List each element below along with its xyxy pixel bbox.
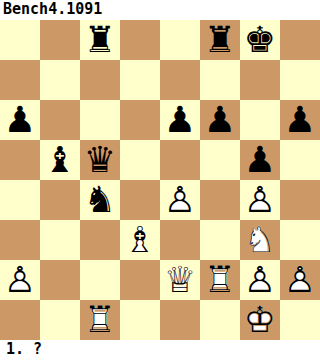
square-d4[interactable] (120, 180, 160, 220)
square-d8[interactable] (120, 20, 160, 60)
chess-diagram-window: Bench4.1091 ♜♜♚♟♟♟♟♝♛♟♞♟♙♟♙♝♗♞♘♟♙♛♕♜♖♟♙♟… (0, 0, 320, 360)
square-a2[interactable]: ♟♙ (0, 260, 40, 300)
square-h3[interactable] (280, 220, 320, 260)
square-b3[interactable] (40, 220, 80, 260)
square-a8[interactable] (0, 20, 40, 60)
white-knight-outline: ♘ (240, 220, 280, 260)
piece-black-pawn: ♟ (160, 100, 200, 140)
white-rook-outline: ♖ (200, 260, 240, 300)
square-d7[interactable] (120, 60, 160, 100)
square-b7[interactable] (40, 60, 80, 100)
white-pawn-outline: ♙ (280, 260, 320, 300)
square-a7[interactable] (0, 60, 40, 100)
chess-board: ♜♜♚♟♟♟♟♝♛♟♞♟♙♟♙♝♗♞♘♟♙♛♕♜♖♟♙♟♙♜♖♚♔ (0, 20, 320, 340)
square-d1[interactable] (120, 300, 160, 340)
piece-white-king: ♚♔ (240, 300, 280, 340)
square-e1[interactable] (160, 300, 200, 340)
white-pawn-outline: ♙ (240, 180, 280, 220)
piece-white-rook: ♜♖ (200, 260, 240, 300)
square-h5[interactable] (280, 140, 320, 180)
square-d5[interactable] (120, 140, 160, 180)
piece-white-pawn: ♟♙ (240, 260, 280, 300)
white-king-outline: ♔ (240, 300, 280, 340)
square-g1[interactable]: ♚♔ (240, 300, 280, 340)
piece-white-knight: ♞♘ (240, 220, 280, 260)
puzzle-title: Bench4.1091 (0, 0, 320, 20)
white-rook-outline: ♖ (80, 300, 120, 340)
piece-black-pawn: ♟ (280, 100, 320, 140)
square-a3[interactable] (0, 220, 40, 260)
piece-white-queen: ♛♕ (160, 260, 200, 300)
piece-black-pawn: ♟ (240, 140, 280, 180)
white-pawn-outline: ♙ (0, 260, 40, 300)
square-h1[interactable] (280, 300, 320, 340)
square-g6[interactable] (240, 100, 280, 140)
square-b5[interactable]: ♝ (40, 140, 80, 180)
square-c1[interactable]: ♜♖ (80, 300, 120, 340)
square-b1[interactable] (40, 300, 80, 340)
square-b8[interactable] (40, 20, 80, 60)
piece-black-king: ♚ (240, 20, 280, 60)
square-c8[interactable]: ♜ (80, 20, 120, 60)
square-e6[interactable]: ♟ (160, 100, 200, 140)
square-c4[interactable]: ♞ (80, 180, 120, 220)
square-c2[interactable] (80, 260, 120, 300)
piece-black-queen: ♛ (80, 140, 120, 180)
square-e3[interactable] (160, 220, 200, 260)
square-h2[interactable]: ♟♙ (280, 260, 320, 300)
piece-white-bishop: ♝♗ (120, 220, 160, 260)
square-a5[interactable] (0, 140, 40, 180)
square-g7[interactable] (240, 60, 280, 100)
square-f7[interactable] (200, 60, 240, 100)
square-e2[interactable]: ♛♕ (160, 260, 200, 300)
square-a6[interactable]: ♟ (0, 100, 40, 140)
piece-white-pawn: ♟♙ (160, 180, 200, 220)
square-e8[interactable] (160, 20, 200, 60)
square-e4[interactable]: ♟♙ (160, 180, 200, 220)
white-pawn-outline: ♙ (160, 180, 200, 220)
piece-white-pawn: ♟♙ (240, 180, 280, 220)
square-e5[interactable] (160, 140, 200, 180)
square-c3[interactable] (80, 220, 120, 260)
square-c7[interactable] (80, 60, 120, 100)
square-d2[interactable] (120, 260, 160, 300)
piece-black-pawn: ♟ (200, 100, 240, 140)
square-f8[interactable]: ♜ (200, 20, 240, 60)
square-g3[interactable]: ♞♘ (240, 220, 280, 260)
square-a4[interactable] (0, 180, 40, 220)
piece-white-rook: ♜♖ (80, 300, 120, 340)
piece-black-rook: ♜ (80, 20, 120, 60)
square-f5[interactable] (200, 140, 240, 180)
square-b4[interactable] (40, 180, 80, 220)
square-f1[interactable] (200, 300, 240, 340)
piece-black-pawn: ♟ (0, 100, 40, 140)
square-b2[interactable] (40, 260, 80, 300)
square-f3[interactable] (200, 220, 240, 260)
piece-white-pawn: ♟♙ (0, 260, 40, 300)
square-g4[interactable]: ♟♙ (240, 180, 280, 220)
white-bishop-outline: ♗ (120, 220, 160, 260)
piece-white-pawn: ♟♙ (280, 260, 320, 300)
square-h8[interactable] (280, 20, 320, 60)
square-d3[interactable]: ♝♗ (120, 220, 160, 260)
square-c6[interactable] (80, 100, 120, 140)
white-queen-outline: ♕ (160, 260, 200, 300)
square-c5[interactable]: ♛ (80, 140, 120, 180)
move-prompt: 1. ? (0, 340, 320, 360)
square-g2[interactable]: ♟♙ (240, 260, 280, 300)
square-f6[interactable]: ♟ (200, 100, 240, 140)
square-h6[interactable]: ♟ (280, 100, 320, 140)
white-pawn-outline: ♙ (240, 260, 280, 300)
square-a1[interactable] (0, 300, 40, 340)
square-g5[interactable]: ♟ (240, 140, 280, 180)
piece-black-knight: ♞ (80, 180, 120, 220)
piece-black-rook: ♜ (200, 20, 240, 60)
square-f4[interactable] (200, 180, 240, 220)
square-e7[interactable] (160, 60, 200, 100)
square-f2[interactable]: ♜♖ (200, 260, 240, 300)
square-h7[interactable] (280, 60, 320, 100)
piece-black-bishop: ♝ (40, 140, 80, 180)
square-b6[interactable] (40, 100, 80, 140)
square-d6[interactable] (120, 100, 160, 140)
square-g8[interactable]: ♚ (240, 20, 280, 60)
square-h4[interactable] (280, 180, 320, 220)
